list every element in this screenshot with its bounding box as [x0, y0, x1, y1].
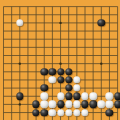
- star-point: [59, 22, 61, 24]
- star-point: [59, 62, 61, 64]
- star-point: [19, 103, 21, 105]
- black-stone: [114, 93, 120, 100]
- gomoku-board-screenshot: [0, 0, 120, 120]
- black-stone: [114, 101, 120, 108]
- gomoku-board[interactable]: [0, 0, 120, 120]
- star-point: [19, 62, 21, 64]
- star-point: [100, 62, 102, 64]
